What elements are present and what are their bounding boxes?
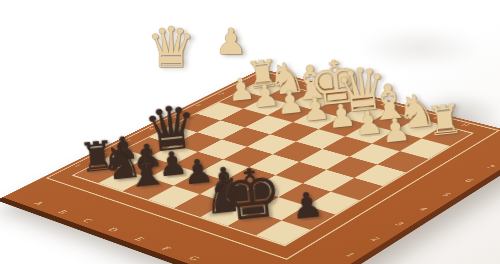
- coord-label-d: D: [95, 221, 134, 237]
- photo-stage: ABCDEFGH ABCDEFGH 87654321 87654321 ♜♞♝♚…: [0, 0, 500, 264]
- board-frame: ABCDEFGH ABCDEFGH 87654321 87654321 ♜♞♝♚…: [0, 69, 500, 264]
- coord-label-f: F: [147, 240, 187, 257]
- board-grid: ♜♞♝♚♛♝♞♜♟♟♟♟♟♟♟♛♟♟♟♟♟♟♜♞♝♞♚: [74, 80, 471, 245]
- coord-label-a: A: [21, 195, 58, 210]
- coord-label-e: E: [121, 230, 160, 247]
- coord-label-4: 4: [405, 199, 443, 218]
- coord-label-b: B: [45, 204, 82, 219]
- coord-label-3: 3: [381, 214, 419, 233]
- coord-label-7: 7: [473, 158, 500, 175]
- piece-dark-bishop-c1[interactable]: ♝: [112, 140, 181, 197]
- coord-label-h: H: [203, 259, 245, 264]
- square-h2[interactable]: ♟: [282, 206, 336, 230]
- coord-label-c: C: [69, 212, 107, 228]
- coord-label-g: G: [174, 249, 215, 264]
- spare-piece-light-pawn[interactable]: ♟: [199, 24, 263, 60]
- coord-label-8: 8: [495, 145, 500, 162]
- coord-label-6: 6: [451, 171, 487, 189]
- coord-label-5: 5: [428, 185, 465, 203]
- coord-label-2: 2: [356, 229, 395, 249]
- piece-dark-king-g1[interactable]: ♚: [214, 157, 289, 232]
- square-c1[interactable]: ♝: [123, 178, 174, 200]
- spare-piece-light-queen[interactable]: ♛: [139, 20, 203, 76]
- coord-label-1: 1: [330, 244, 370, 264]
